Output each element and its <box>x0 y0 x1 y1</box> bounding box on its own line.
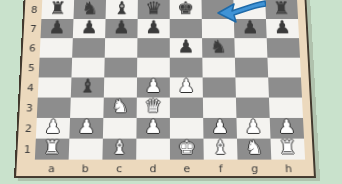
file-label-d: d <box>136 160 170 175</box>
white-pawn-a2[interactable]: ♟ <box>44 117 62 136</box>
file-label-b: b <box>68 160 102 175</box>
square-g5[interactable] <box>235 58 268 78</box>
white-queen-d3[interactable]: ♛ <box>144 97 162 116</box>
rank-label-4: 4 <box>22 77 38 97</box>
chess-board-frame: 8♜♞♝♛♚♜7♟♟♟♟♟♟6♟♞54♝♟♟3♞♛2♟♟♟♟♟♟1♜♝♚♝♞♜a… <box>14 0 316 178</box>
black-rook-a8[interactable]: ♜ <box>49 0 67 16</box>
white-king-e1[interactable]: ♚ <box>178 138 196 157</box>
file-label-f: f <box>204 160 238 175</box>
black-knight-f6[interactable]: ♞ <box>210 37 227 55</box>
rank-label-8: 8 <box>26 0 42 19</box>
black-queen-d8[interactable]: ♛ <box>145 0 162 16</box>
black-knight-b8[interactable]: ♞ <box>81 0 98 16</box>
white-pawn-d4[interactable]: ♟ <box>145 77 162 95</box>
square-a4[interactable] <box>38 77 72 97</box>
rank-label-6: 6 <box>24 38 40 58</box>
white-bishop-f1[interactable]: ♝ <box>211 138 229 157</box>
white-rook-a1[interactable]: ♜ <box>43 138 62 157</box>
black-bishop-c8[interactable]: ♝ <box>113 0 130 16</box>
white-pawn-d2[interactable]: ♟ <box>144 117 162 136</box>
board-scene: 8♜♞♝♛♚♜7♟♟♟♟♟♟6♟♞54♝♟♟3♞♛2♟♟♟♟♟♟1♜♝♚♝♞♜a… <box>14 0 316 178</box>
rank-label-7: 7 <box>25 19 41 38</box>
square-b6[interactable] <box>72 38 105 58</box>
black-pawn-c7[interactable]: ♟ <box>113 18 130 35</box>
rank-label-2: 2 <box>20 118 37 139</box>
square-a6[interactable] <box>40 38 73 58</box>
square-b4[interactable]: ♝ <box>71 77 104 97</box>
white-pawn-g2[interactable]: ♟ <box>244 117 262 136</box>
square-g1[interactable]: ♞ <box>237 139 271 160</box>
white-rook-h1[interactable]: ♜ <box>278 138 297 157</box>
square-e3[interactable] <box>170 98 203 118</box>
white-pawn-h2[interactable]: ♟ <box>278 117 296 136</box>
square-h4[interactable] <box>268 77 302 97</box>
square-a5[interactable] <box>39 58 72 78</box>
square-d2[interactable]: ♟ <box>136 118 170 139</box>
rank-label-5: 5 <box>23 58 39 78</box>
black-rook-h8[interactable]: ♜ <box>273 0 291 16</box>
rank-label-1: 1 <box>19 139 36 160</box>
square-f6[interactable]: ♞ <box>202 38 235 58</box>
file-label-a: a <box>34 160 68 175</box>
square-b1[interactable] <box>69 139 103 160</box>
square-h1[interactable]: ♜ <box>271 139 306 160</box>
black-pawn-g7[interactable]: ♟ <box>241 18 259 35</box>
black-pawn-a7[interactable]: ♟ <box>48 18 66 35</box>
square-c5[interactable] <box>104 58 137 78</box>
square-c1[interactable]: ♝ <box>102 139 136 160</box>
white-pawn-b2[interactable]: ♟ <box>77 117 95 136</box>
frame-corner <box>18 160 35 175</box>
file-label-e: e <box>170 160 204 175</box>
square-c6[interactable] <box>105 38 138 58</box>
file-label-g: g <box>238 160 272 175</box>
black-pawn-b7[interactable]: ♟ <box>81 18 98 35</box>
square-f8[interactable] <box>202 0 234 19</box>
white-knight-c3[interactable]: ♞ <box>111 97 129 116</box>
square-g4[interactable] <box>235 77 269 97</box>
square-c7[interactable]: ♟ <box>105 19 138 38</box>
black-pawn-h7[interactable]: ♟ <box>273 18 291 35</box>
square-h7[interactable]: ♟ <box>266 19 299 38</box>
square-b2[interactable]: ♟ <box>69 118 103 139</box>
square-e6[interactable]: ♟ <box>170 38 203 58</box>
square-g6[interactable] <box>234 38 267 58</box>
file-label-c: c <box>102 160 136 175</box>
file-label-h: h <box>271 160 306 175</box>
black-pawn-d7[interactable]: ♟ <box>145 18 162 35</box>
square-a7[interactable]: ♟ <box>41 19 74 38</box>
square-b7[interactable]: ♟ <box>73 19 106 38</box>
white-pawn-e4[interactable]: ♟ <box>178 77 195 95</box>
square-f5[interactable] <box>202 58 235 78</box>
rank-label-3: 3 <box>21 98 38 118</box>
square-f4[interactable] <box>203 77 236 97</box>
square-e1[interactable]: ♚ <box>170 139 204 160</box>
square-a1[interactable]: ♜ <box>35 139 70 160</box>
black-bishop-b4[interactable]: ♝ <box>79 77 97 95</box>
square-f1[interactable]: ♝ <box>203 139 237 160</box>
square-h6[interactable] <box>267 38 300 58</box>
black-pawn-e6[interactable]: ♟ <box>177 37 194 55</box>
square-e8[interactable]: ♚ <box>170 0 202 19</box>
page-background: { "game": "chess", "position": { "fen": … <box>0 0 342 184</box>
square-c3[interactable]: ♞ <box>103 98 136 118</box>
square-d1[interactable] <box>136 139 170 160</box>
square-g7[interactable]: ♟ <box>234 19 267 38</box>
square-d6[interactable] <box>137 38 170 58</box>
white-pawn-f2[interactable]: ♟ <box>211 117 229 136</box>
white-knight-g1[interactable]: ♞ <box>245 138 263 157</box>
square-e4[interactable]: ♟ <box>170 77 203 97</box>
square-d7[interactable]: ♟ <box>137 19 169 38</box>
square-h5[interactable] <box>267 58 301 78</box>
board-grid: 8♜♞♝♛♚♜7♟♟♟♟♟♟6♟♞54♝♟♟3♞♛2♟♟♟♟♟♟1♜♝♚♝♞♜a… <box>18 0 306 174</box>
black-king-e8[interactable]: ♚ <box>177 0 194 16</box>
white-bishop-c1[interactable]: ♝ <box>110 138 128 157</box>
